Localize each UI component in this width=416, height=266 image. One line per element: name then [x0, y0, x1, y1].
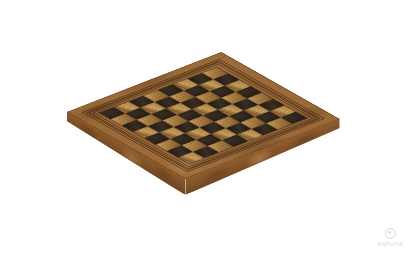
watermark-logo-icon: [385, 228, 396, 239]
product-photo-stage: kahuna: [0, 0, 416, 266]
watermark: kahuna: [378, 228, 403, 247]
watermark-text: kahuna: [378, 240, 403, 247]
chess-board: [67, 52, 340, 179]
